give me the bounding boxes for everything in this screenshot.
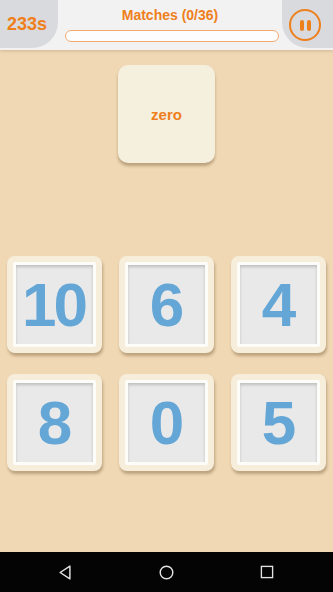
- tile-value: 8: [38, 392, 69, 454]
- tile-value: 5: [262, 392, 293, 454]
- tile-value: 6: [150, 274, 181, 336]
- recents-square-icon: [259, 564, 275, 580]
- number-tile[interactable]: 6: [119, 256, 214, 353]
- number-tile[interactable]: 8: [7, 374, 102, 471]
- home-button[interactable]: [157, 562, 177, 582]
- tile-value: 0: [150, 392, 181, 454]
- back-triangle-icon: [58, 564, 75, 581]
- tile-value: 4: [262, 274, 293, 336]
- recents-button[interactable]: [257, 562, 277, 582]
- word-card-label: zero: [151, 106, 182, 123]
- pause-icon: [307, 20, 311, 31]
- number-tile[interactable]: 10: [7, 256, 102, 353]
- timer: 233s: [0, 0, 54, 48]
- game-header: 233s Matches (0/36): [0, 0, 333, 50]
- tile-board: 10 6 4 8 0 5: [7, 256, 326, 471]
- android-nav-bar: [0, 552, 333, 592]
- pause-icon: [300, 20, 304, 31]
- word-card[interactable]: zero: [118, 65, 215, 163]
- number-tile[interactable]: 0: [119, 374, 214, 471]
- home-circle-icon: [158, 564, 175, 581]
- back-button[interactable]: [56, 562, 76, 582]
- number-tile[interactable]: 5: [231, 374, 326, 471]
- number-tile[interactable]: 4: [231, 256, 326, 353]
- tile-value: 10: [22, 274, 85, 336]
- progress-bar: [65, 30, 279, 42]
- matches-title: Matches (0/36): [58, 7, 282, 23]
- pause-button[interactable]: [289, 9, 321, 41]
